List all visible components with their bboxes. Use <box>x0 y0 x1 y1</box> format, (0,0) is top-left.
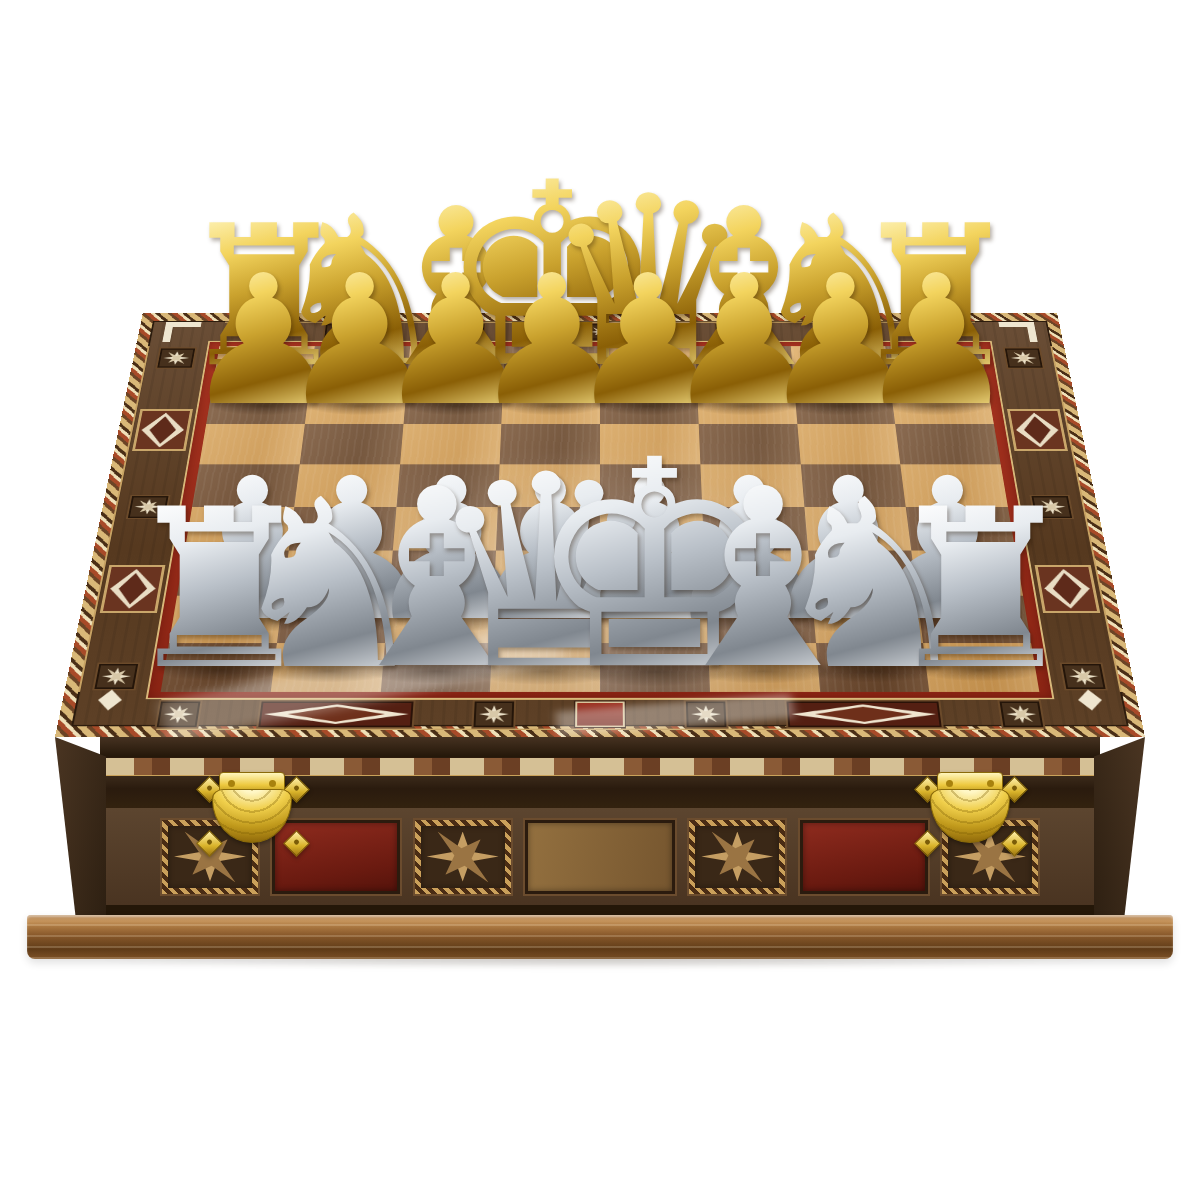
brass-clasp-left[interactable] <box>194 772 310 858</box>
brass-clasp-right[interactable] <box>912 772 1028 858</box>
box-lid-rim <box>100 737 1100 757</box>
clasp-fan <box>930 789 1010 843</box>
box-side-left <box>55 737 106 915</box>
piece-gold-pawn-h7[interactable]: ♟ <box>856 251 1017 430</box>
pieces-layer: ♜♞♝♚♛♝♞♜♟♟♟♟♟♟♟♟♟♟♟♟♟♟♟♟♜♞♝♛♚♝♞♜ <box>0 0 1200 1200</box>
product-photo: ♜♞♝♚♛♝♞♜♟♟♟♟♟♟♟♟♟♟♟♟♟♟♟♟♜♞♝♛♚♝♞♜ <box>0 0 1200 1200</box>
floor-shadow <box>60 952 1140 968</box>
box-panel-red <box>800 820 928 894</box>
clasp-fan <box>212 789 292 843</box>
box-panel-star <box>689 820 785 894</box>
box-panel-star <box>415 820 511 894</box>
box-side-right <box>1094 737 1145 915</box>
box-panel-plain <box>525 820 675 894</box>
piece-silver-rook-h1[interactable]: ♜ <box>882 480 1079 700</box>
box-bottom-strip <box>106 905 1094 915</box>
